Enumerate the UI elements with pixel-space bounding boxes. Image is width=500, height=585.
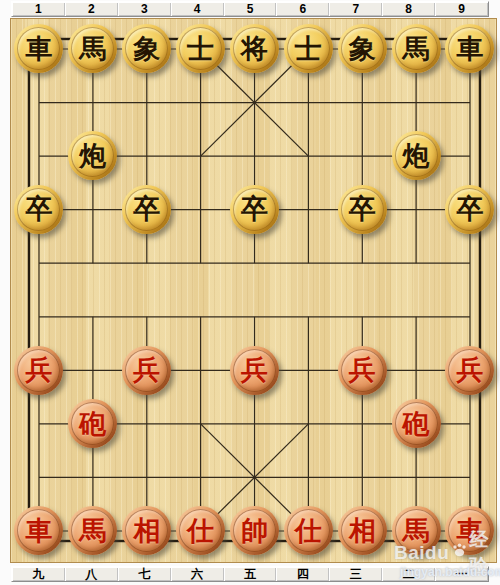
file-label-top-7: 7	[329, 2, 382, 16]
piece-glyph: 仕	[295, 517, 322, 544]
file-label-top-1: 1	[12, 2, 65, 16]
file-label-bottom-2: 八	[65, 567, 118, 581]
xiangqi-app-window: 123456789	[0, 0, 500, 585]
piece-glyph: 馬	[403, 517, 430, 544]
piece-glyph: 炮	[403, 142, 430, 169]
piece-face: 馬	[71, 27, 114, 70]
piece-black-horse[interactable]: 馬	[68, 24, 117, 73]
file-labels-bottom: 九八七六五四三二一	[11, 566, 489, 582]
piece-glyph: 象	[133, 35, 160, 62]
file-label-top-5: 5	[224, 2, 277, 16]
piece-black-soldier[interactable]: 卒	[338, 185, 387, 234]
piece-glyph: 士	[295, 35, 322, 62]
piece-red-soldier[interactable]: 兵	[338, 346, 387, 395]
file-label-bottom-5: 五	[224, 567, 277, 581]
xiangqi-board: 車馬象士将士象馬車炮炮卒卒卒卒卒兵兵兵兵兵砲砲車馬相仕帥仕相馬車	[10, 18, 497, 563]
piece-glyph: 砲	[403, 410, 430, 437]
piece-face: 卒	[341, 188, 384, 231]
piece-glyph: 兵	[349, 356, 376, 383]
piece-red-soldier[interactable]: 兵	[14, 346, 63, 395]
piece-glyph: 馬	[403, 35, 430, 62]
piece-face: 車	[17, 509, 60, 552]
file-labels-top: 123456789	[11, 1, 489, 17]
piece-red-horse[interactable]: 馬	[392, 506, 441, 555]
piece-face: 砲	[71, 402, 114, 445]
piece-glyph: 象	[349, 35, 376, 62]
file-label-top-9: 9	[435, 2, 488, 16]
piece-glyph: 卒	[133, 195, 160, 222]
piece-glyph: 馬	[79, 35, 106, 62]
piece-glyph: 卒	[25, 195, 52, 222]
piece-glyph: 馬	[79, 517, 106, 544]
piece-glyph: 車	[456, 35, 483, 62]
piece-face: 兵	[125, 349, 168, 392]
piece-black-elephant[interactable]: 象	[338, 24, 387, 73]
piece-black-soldier[interactable]: 卒	[230, 185, 279, 234]
piece-black-cannon[interactable]: 炮	[392, 131, 441, 180]
piece-black-chariot[interactable]: 車	[14, 24, 63, 73]
piece-glyph: 車	[25, 517, 52, 544]
piece-glyph: 車	[25, 35, 52, 62]
piece-face: 仕	[287, 509, 330, 552]
piece-glyph: 砲	[79, 410, 106, 437]
piece-red-chariot[interactable]: 車	[14, 506, 63, 555]
piece-face: 帥	[233, 509, 276, 552]
piece-face: 象	[125, 27, 168, 70]
piece-black-advisor[interactable]: 士	[176, 24, 225, 73]
piece-black-advisor[interactable]: 士	[284, 24, 333, 73]
piece-face: 卒	[17, 188, 60, 231]
piece-face: 車	[448, 509, 491, 552]
piece-face: 兵	[233, 349, 276, 392]
file-label-bottom-8: 二	[382, 567, 435, 581]
piece-red-soldier[interactable]: 兵	[122, 346, 171, 395]
piece-glyph: 兵	[456, 356, 483, 383]
piece-red-soldier[interactable]: 兵	[230, 346, 279, 395]
piece-face: 象	[341, 27, 384, 70]
piece-glyph: 兵	[133, 356, 160, 383]
file-label-top-2: 2	[65, 2, 118, 16]
piece-glyph: 相	[349, 517, 376, 544]
piece-face: 卒	[125, 188, 168, 231]
piece-glyph: 卒	[456, 195, 483, 222]
piece-face: 士	[179, 27, 222, 70]
piece-red-elephant[interactable]: 相	[122, 506, 171, 555]
piece-face: 馬	[71, 509, 114, 552]
piece-red-cannon[interactable]: 砲	[68, 399, 117, 448]
pieces-layer: 車馬象士将士象馬車炮炮卒卒卒卒卒兵兵兵兵兵砲砲車馬相仕帥仕相馬車	[12, 22, 497, 557]
piece-face: 兵	[448, 349, 491, 392]
file-label-bottom-9: 一	[435, 567, 488, 581]
piece-red-soldier[interactable]: 兵	[445, 346, 494, 395]
piece-red-horse[interactable]: 馬	[68, 506, 117, 555]
piece-red-elephant[interactable]: 相	[338, 506, 387, 555]
piece-face: 砲	[395, 402, 438, 445]
file-label-top-8: 8	[382, 2, 435, 16]
piece-glyph: 卒	[349, 195, 376, 222]
file-label-bottom-4: 六	[171, 567, 224, 581]
piece-red-general[interactable]: 帥	[230, 506, 279, 555]
piece-face: 仕	[179, 509, 222, 552]
piece-face: 兵	[17, 349, 60, 392]
file-label-bottom-6: 四	[276, 567, 329, 581]
piece-glyph: 炮	[79, 142, 106, 169]
piece-glyph: 仕	[187, 517, 214, 544]
piece-black-soldier[interactable]: 卒	[14, 185, 63, 234]
piece-face: 炮	[71, 134, 114, 177]
piece-black-soldier[interactable]: 卒	[445, 185, 494, 234]
piece-glyph: 士	[187, 35, 214, 62]
piece-face: 将	[233, 27, 276, 70]
piece-black-general[interactable]: 将	[230, 24, 279, 73]
piece-black-horse[interactable]: 馬	[392, 24, 441, 73]
piece-red-advisor[interactable]: 仕	[284, 506, 333, 555]
piece-black-soldier[interactable]: 卒	[122, 185, 171, 234]
file-label-top-6: 6	[276, 2, 329, 16]
piece-glyph: 兵	[241, 356, 268, 383]
piece-glyph: 兵	[25, 356, 52, 383]
piece-glyph: 卒	[241, 195, 268, 222]
file-label-bottom-1: 九	[12, 567, 65, 581]
piece-face: 馬	[395, 27, 438, 70]
piece-face: 卒	[233, 188, 276, 231]
file-label-bottom-7: 三	[329, 567, 382, 581]
piece-glyph: 帥	[241, 517, 268, 544]
file-label-top-4: 4	[171, 2, 224, 16]
piece-face: 車	[448, 27, 491, 70]
piece-face: 士	[287, 27, 330, 70]
piece-face: 車	[17, 27, 60, 70]
file-label-top-3: 3	[118, 2, 171, 16]
piece-glyph: 将	[241, 35, 268, 62]
file-label-bottom-3: 七	[118, 567, 171, 581]
piece-red-advisor[interactable]: 仕	[176, 506, 225, 555]
piece-face: 炮	[395, 134, 438, 177]
piece-black-cannon[interactable]: 炮	[68, 131, 117, 180]
piece-face: 兵	[341, 349, 384, 392]
piece-black-elephant[interactable]: 象	[122, 24, 171, 73]
piece-face: 相	[341, 509, 384, 552]
piece-red-chariot[interactable]: 車	[445, 506, 494, 555]
piece-red-cannon[interactable]: 砲	[392, 399, 441, 448]
piece-glyph: 車	[456, 517, 483, 544]
piece-glyph: 相	[133, 517, 160, 544]
piece-face: 相	[125, 509, 168, 552]
piece-face: 卒	[448, 188, 491, 231]
piece-face: 馬	[395, 509, 438, 552]
piece-black-chariot[interactable]: 車	[445, 24, 494, 73]
